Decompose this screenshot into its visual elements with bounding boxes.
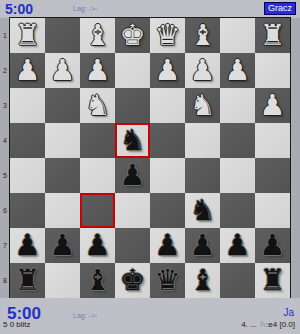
piece-bP-c7[interactable]: ♟ xyxy=(185,228,220,263)
square-e4[interactable]: ♞ xyxy=(115,123,150,158)
rank-labels-column: 12345678 xyxy=(0,18,10,298)
square-b7[interactable]: ♟ xyxy=(220,228,255,263)
square-e5[interactable]: ♟ xyxy=(115,158,150,193)
square-c3[interactable]: ♞ xyxy=(185,88,220,123)
square-a3[interactable]: ♟ xyxy=(255,88,290,123)
square-b3[interactable] xyxy=(220,88,255,123)
square-c6[interactable]: ♞ xyxy=(185,193,220,228)
piece-wR-a1[interactable]: ♜ xyxy=(255,18,290,53)
chess-client-window: 5:00 Lag: ->- Gracz 12345678 ♜♝♚♛♝♜♟♟♟♟♟… xyxy=(0,0,300,334)
piece-bR-h8[interactable]: ♜ xyxy=(10,263,45,298)
chess-board[interactable]: ♜♝♚♛♝♜♟♟♟♟♟♟♞♞♟♞♟♞♟♟♟♟♟♟♟♜♝♚♛♝♜ xyxy=(10,18,290,298)
square-g3[interactable] xyxy=(45,88,80,123)
square-c7[interactable]: ♟ xyxy=(185,228,220,263)
square-c8[interactable]: ♝ xyxy=(185,263,220,298)
square-f1[interactable]: ♝ xyxy=(80,18,115,53)
square-g6[interactable] xyxy=(45,193,80,228)
piece-wB-f1[interactable]: ♝ xyxy=(80,18,115,53)
square-f3[interactable]: ♞ xyxy=(80,88,115,123)
piece-wP-g2[interactable]: ♟ xyxy=(45,53,80,88)
square-h6[interactable] xyxy=(10,193,45,228)
piece-wP-a3[interactable]: ♟ xyxy=(255,88,290,123)
piece-bK-e8[interactable]: ♚ xyxy=(115,263,150,298)
square-h8[interactable]: ♜ xyxy=(10,263,45,298)
piece-wN-f3[interactable]: ♞ xyxy=(80,88,115,123)
square-c5[interactable] xyxy=(185,158,220,193)
square-h2[interactable]: ♟ xyxy=(10,53,45,88)
piece-wK-e1[interactable]: ♚ xyxy=(115,18,150,53)
opponent-info-bar: 5:00 Lag: ->- Gracz xyxy=(0,0,300,18)
square-d4[interactable] xyxy=(150,123,185,158)
square-h7[interactable]: ♟ xyxy=(10,228,45,263)
piece-wB-c1[interactable]: ♝ xyxy=(185,18,220,53)
square-e8[interactable]: ♚ xyxy=(115,263,150,298)
square-b1[interactable] xyxy=(220,18,255,53)
piece-bB-c8[interactable]: ♝ xyxy=(185,263,220,298)
piece-bP-g7[interactable]: ♟ xyxy=(45,228,80,263)
square-h3[interactable] xyxy=(10,88,45,123)
square-f5[interactable] xyxy=(80,158,115,193)
square-f6[interactable] xyxy=(80,193,115,228)
piece-wP-c2[interactable]: ♟ xyxy=(185,53,220,88)
square-a1[interactable]: ♜ xyxy=(255,18,290,53)
rank-label-7: 7 xyxy=(0,228,10,263)
piece-bP-h7[interactable]: ♟ xyxy=(10,228,45,263)
square-f4[interactable] xyxy=(80,123,115,158)
piece-wP-h2[interactable]: ♟ xyxy=(10,53,45,88)
square-e2[interactable] xyxy=(115,53,150,88)
rank-label-2: 2 xyxy=(0,53,10,88)
square-g5[interactable] xyxy=(45,158,80,193)
square-b6[interactable] xyxy=(220,193,255,228)
square-f7[interactable]: ♟ xyxy=(80,228,115,263)
square-a8[interactable]: ♜ xyxy=(255,263,290,298)
square-b4[interactable] xyxy=(220,123,255,158)
square-h1[interactable]: ♜ xyxy=(10,18,45,53)
player-name-label[interactable]: Ja xyxy=(283,307,294,318)
square-d5[interactable] xyxy=(150,158,185,193)
piece-bN-e4[interactable]: ♞ xyxy=(115,123,150,158)
piece-bP-d7[interactable]: ♟ xyxy=(150,228,185,263)
square-f8[interactable]: ♝ xyxy=(80,263,115,298)
square-b2[interactable]: ♟ xyxy=(220,53,255,88)
piece-bQ-d8[interactable]: ♛ xyxy=(150,263,185,298)
square-d8[interactable]: ♛ xyxy=(150,263,185,298)
square-c2[interactable]: ♟ xyxy=(185,53,220,88)
piece-bP-b7[interactable]: ♟ xyxy=(220,228,255,263)
square-g7[interactable]: ♟ xyxy=(45,228,80,263)
square-c4[interactable] xyxy=(185,123,220,158)
piece-wP-f2[interactable]: ♟ xyxy=(80,53,115,88)
piece-wR-h1[interactable]: ♜ xyxy=(10,18,45,53)
opponent-lag-indicator: Lag: ->- xyxy=(73,5,97,12)
player-info-bar: 5:00 Lag: ->- Ja 5 0 blitz 4. ... ♘:e4 [… xyxy=(0,298,300,334)
piece-bP-f7[interactable]: ♟ xyxy=(80,228,115,263)
square-f2[interactable]: ♟ xyxy=(80,53,115,88)
square-h4[interactable] xyxy=(10,123,45,158)
square-a7[interactable]: ♟ xyxy=(255,228,290,263)
piece-wP-b2[interactable]: ♟ xyxy=(220,53,255,88)
square-a5[interactable] xyxy=(255,158,290,193)
square-e7[interactable] xyxy=(115,228,150,263)
square-a2[interactable] xyxy=(255,53,290,88)
piece-bN-c6[interactable]: ♞ xyxy=(185,193,220,228)
piece-wP-d2[interactable]: ♟ xyxy=(150,53,185,88)
square-b8[interactable] xyxy=(220,263,255,298)
piece-bP-e5[interactable]: ♟ xyxy=(115,158,150,193)
square-d6[interactable] xyxy=(150,193,185,228)
square-d2[interactable]: ♟ xyxy=(150,53,185,88)
square-a4[interactable] xyxy=(255,123,290,158)
square-c1[interactable]: ♝ xyxy=(185,18,220,53)
piece-bB-f8[interactable]: ♝ xyxy=(80,263,115,298)
square-h5[interactable] xyxy=(10,158,45,193)
square-b5[interactable] xyxy=(220,158,255,193)
square-g2[interactable]: ♟ xyxy=(45,53,80,88)
time-control-label: 5 0 blitz xyxy=(3,320,31,329)
square-g1[interactable] xyxy=(45,18,80,53)
rank-label-1: 1 xyxy=(0,18,10,53)
piece-wN-c3[interactable]: ♞ xyxy=(185,88,220,123)
last-move-label: 4. ... ♘:e4 [0.0] xyxy=(241,320,295,329)
rank-label-3: 3 xyxy=(0,88,10,123)
square-d3[interactable] xyxy=(150,88,185,123)
player-lag-indicator: Lag: ->- xyxy=(73,312,97,319)
piece-bP-a7[interactable]: ♟ xyxy=(255,228,290,263)
piece-bR-a8[interactable]: ♜ xyxy=(255,263,290,298)
square-g4[interactable] xyxy=(45,123,80,158)
square-a6[interactable] xyxy=(255,193,290,228)
square-g8[interactable] xyxy=(45,263,80,298)
rank-label-4: 4 xyxy=(0,123,10,158)
rank-label-5: 5 xyxy=(0,158,10,193)
rank-label-8: 8 xyxy=(0,263,10,298)
opponent-name-badge[interactable]: Gracz xyxy=(264,2,296,15)
square-d1[interactable]: ♛ xyxy=(150,18,185,53)
piece-wQ-d1[interactable]: ♛ xyxy=(150,18,185,53)
square-d7[interactable]: ♟ xyxy=(150,228,185,263)
square-e6[interactable] xyxy=(115,193,150,228)
rank-label-6: 6 xyxy=(0,193,10,228)
square-e3[interactable] xyxy=(115,88,150,123)
square-e1[interactable]: ♚ xyxy=(115,18,150,53)
opponent-clock: 5:00 xyxy=(5,1,33,17)
